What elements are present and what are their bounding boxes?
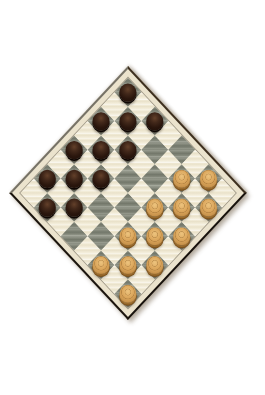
checker-piece-light[interactable] [147,256,164,274]
checker-piece-dark[interactable] [120,141,137,159]
checker-piece-light[interactable] [200,170,217,188]
checker-piece-light[interactable] [173,199,190,217]
checker-piece-light[interactable] [173,170,190,188]
checker-piece-light[interactable] [120,285,137,303]
checker-piece-dark[interactable] [93,141,110,159]
checker-piece-light[interactable] [200,199,217,217]
checker-piece-dark[interactable] [66,141,83,159]
checker-piece-light[interactable] [147,199,164,217]
checker-piece-dark[interactable] [93,112,110,130]
checker-piece-light[interactable] [173,227,190,245]
checker-piece-dark[interactable] [147,112,164,130]
checker-piece-light[interactable] [120,256,137,274]
board-frame [9,66,247,320]
board-grid [19,76,237,309]
checker-piece-dark[interactable] [93,170,110,188]
checkers-board [9,66,247,320]
checker-piece-light[interactable] [120,227,137,245]
checker-piece-light[interactable] [93,256,110,274]
checker-piece-dark[interactable] [120,84,137,102]
checker-piece-dark[interactable] [39,170,56,188]
checker-piece-dark[interactable] [66,170,83,188]
checker-piece-dark[interactable] [66,199,83,217]
checker-piece-dark[interactable] [39,199,56,217]
checker-piece-light[interactable] [147,227,164,245]
checker-piece-dark[interactable] [120,112,137,130]
